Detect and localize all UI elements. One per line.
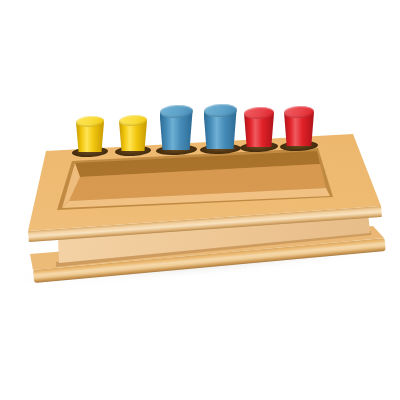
peg-blue-4 xyxy=(200,103,241,156)
peg-box-photo xyxy=(0,0,400,400)
peg-red-6 xyxy=(280,105,318,153)
peg-yellow-2 xyxy=(115,114,151,158)
peg-blue-3 xyxy=(156,104,197,157)
peg-yellow-1 xyxy=(72,115,108,159)
pegs-layer xyxy=(0,0,400,400)
peg-red-5 xyxy=(240,106,278,154)
